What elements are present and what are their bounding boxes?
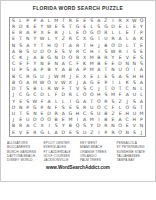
- grid-cell-r19c3: E: [24, 130, 31, 136]
- grid-cell-r19c7: A: [53, 130, 60, 136]
- word-item: DISNEY WORLD: [7, 158, 40, 162]
- grid-cell-r19c6: L: [46, 130, 53, 136]
- grid-cell-r19c8: D: [60, 130, 67, 136]
- footer-url[interactable]: www.WordSearchAddict.com: [0, 165, 156, 170]
- grid-cell-r19c14: P: [102, 130, 109, 136]
- page-title: FLORIDA WORD SEARCH PUZZLE: [0, 5, 156, 11]
- letter-grid: SLPPALMTREESAZIRXWQRDKEYWESTGELSGDELEYER…: [9, 17, 146, 137]
- grid-cell-r19c9: E: [67, 130, 74, 136]
- word-column-1: ALLIGATORSBUCCANEERSBUSCH GARDENSDAYTONA…: [7, 141, 40, 162]
- grid-cell-r19c4: R: [31, 130, 38, 136]
- grid-cell-r19c15: R: [109, 130, 116, 136]
- grid-cell-r19c13: I: [95, 130, 102, 136]
- grid-cell-r19c5: G: [38, 130, 45, 136]
- word-list: ALLIGATORSBUCCANEERSBUSCH GARDENSDAYTONA…: [7, 141, 149, 162]
- grid-cell-r19c11: U: [81, 130, 88, 136]
- grid-cell-r19c2: V: [17, 130, 24, 136]
- grid-cell-r19c12: Z: [88, 130, 95, 136]
- grid-cell-r19c10: S: [74, 130, 81, 136]
- grid-cell-r19c1: E: [10, 130, 17, 136]
- word-item: TAMPA BAY: [117, 158, 150, 162]
- grid-cell-r19c19: J: [138, 130, 145, 136]
- word-item: JACKSONVILLE: [44, 158, 77, 162]
- grid-cell-r19c17: N: [124, 130, 131, 136]
- word-column-2: EPCOT CENTEREVERGLADESFT LAUDERDALEGOLF …: [44, 141, 77, 162]
- word-item: PALM TREES: [80, 158, 113, 162]
- grid-cell-r19c18: S: [131, 130, 138, 136]
- word-column-4: PENSACOLAST PETERSBURGSUNSHINE STATETALL…: [117, 141, 150, 162]
- word-column-3: KEY WESTMIAMI BEACHORANGE TREESORLANDOPA…: [80, 141, 113, 162]
- grid-cell-r19c16: O: [117, 130, 124, 136]
